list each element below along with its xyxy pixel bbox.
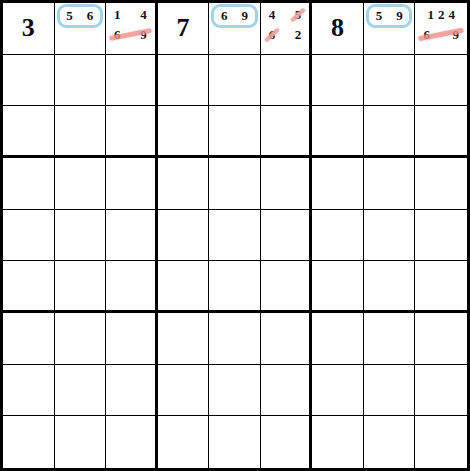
cell-r6c3[interactable]: [106, 261, 158, 313]
cell-r5c3[interactable]: [106, 210, 158, 262]
cell-r4c4[interactable]: [158, 158, 210, 210]
cell-r9c3[interactable]: [106, 416, 158, 468]
cell-r1c9[interactable]: 12469: [415, 3, 467, 55]
cell-r3c5[interactable]: [209, 106, 261, 158]
cell-r6c6[interactable]: [261, 261, 313, 313]
candidate-9: 9: [396, 9, 403, 22]
cell-r8c2[interactable]: [55, 365, 107, 417]
candidate-9: 9: [140, 28, 147, 41]
cell-r1c2[interactable]: 56: [55, 3, 107, 55]
candidate-row: 62: [269, 28, 302, 41]
cell-r6c1[interactable]: [3, 261, 55, 313]
cell-r1c8[interactable]: 59: [364, 3, 416, 55]
cell-r9c4[interactable]: [158, 416, 210, 468]
cell-r7c8[interactable]: [364, 313, 416, 365]
cell-r7c3[interactable]: [106, 313, 158, 365]
cell-r2c6[interactable]: [261, 55, 313, 107]
cell-r6c5[interactable]: [209, 261, 261, 313]
cell-r9c7[interactable]: [312, 416, 364, 468]
given-digit-r1c1: 3: [3, 3, 54, 54]
cell-r4c8[interactable]: [364, 158, 416, 210]
given-digit-r1c4: 7: [158, 3, 209, 54]
cell-r1c4[interactable]: 7: [158, 3, 210, 55]
cell-r2c5[interactable]: [209, 55, 261, 107]
candidate-row: 45: [269, 8, 302, 21]
cell-r4c3[interactable]: [106, 158, 158, 210]
cell-r6c4[interactable]: [158, 261, 210, 313]
candidate-4: 4: [448, 8, 455, 21]
cell-r3c1[interactable]: [3, 106, 55, 158]
cell-r7c7[interactable]: [312, 313, 364, 365]
cell-r9c5[interactable]: [209, 416, 261, 468]
cell-r9c8[interactable]: [364, 416, 416, 468]
cell-r2c2[interactable]: [55, 55, 107, 107]
candidate-row: 56: [65, 9, 96, 22]
candidate-1: 1: [427, 8, 434, 21]
cell-r8c7[interactable]: [312, 365, 364, 417]
cell-r7c5[interactable]: [209, 313, 261, 365]
pencil-marks-r1c9: 12469: [415, 3, 467, 54]
cell-r2c9[interactable]: [415, 55, 467, 107]
cell-r2c8[interactable]: [364, 55, 416, 107]
candidate-9: 9: [241, 9, 248, 22]
cell-r1c1[interactable]: 3: [3, 3, 55, 55]
cell-r4c1[interactable]: [3, 158, 55, 210]
cell-r9c2[interactable]: [55, 416, 107, 468]
candidate-6: 6: [423, 28, 430, 41]
cell-r8c1[interactable]: [3, 365, 55, 417]
cell-r5c9[interactable]: [415, 210, 467, 262]
struck-candidate-5: 5: [295, 8, 302, 21]
cell-r6c7[interactable]: [312, 261, 364, 313]
candidate-4: 4: [269, 8, 276, 21]
struck-candidate-row: 69: [114, 28, 147, 41]
candidate-row: 124: [423, 8, 459, 21]
candidate-9: 9: [453, 28, 460, 41]
given-digit-r1c7: 8: [312, 3, 363, 54]
cell-r3c3[interactable]: [106, 106, 158, 158]
cell-r3c2[interactable]: [55, 106, 107, 158]
cell-r5c1[interactable]: [3, 210, 55, 262]
cell-r2c1[interactable]: [3, 55, 55, 107]
struck-candidate-row: 69: [423, 28, 459, 41]
candidate-1: 1: [114, 8, 121, 21]
cell-r1c5[interactable]: 69: [209, 3, 261, 55]
cell-r4c9[interactable]: [415, 158, 467, 210]
cell-r1c6[interactable]: 4562: [261, 3, 313, 55]
pencil-marks-r1c2: 56: [55, 3, 106, 54]
cell-r1c7[interactable]: 8: [312, 3, 364, 55]
cell-r7c2[interactable]: [55, 313, 107, 365]
cell-r5c4[interactable]: [158, 210, 210, 262]
cell-r4c5[interactable]: [209, 158, 261, 210]
cell-r4c6[interactable]: [261, 158, 313, 210]
cell-r3c8[interactable]: [364, 106, 416, 158]
cell-r6c2[interactable]: [55, 261, 107, 313]
cell-r8c5[interactable]: [209, 365, 261, 417]
cell-r8c8[interactable]: [364, 365, 416, 417]
cell-r2c7[interactable]: [312, 55, 364, 107]
cell-r8c3[interactable]: [106, 365, 158, 417]
candidate-highlight-r1c5: 69: [211, 4, 258, 28]
cell-r8c9[interactable]: [415, 365, 467, 417]
candidate-2: 2: [438, 8, 445, 21]
cell-r7c6[interactable]: [261, 313, 313, 365]
candidate-row: 69: [219, 9, 250, 22]
cell-r7c4[interactable]: [158, 313, 210, 365]
candidate-highlight-r1c8: 59: [366, 4, 413, 28]
cell-r3c6[interactable]: [261, 106, 313, 158]
cell-r1c3[interactable]: 1469: [106, 3, 158, 55]
pencil-marks-r1c6: 4562: [261, 3, 310, 54]
cell-r2c4[interactable]: [158, 55, 210, 107]
cell-r3c9[interactable]: [415, 106, 467, 158]
cell-r6c8[interactable]: [364, 261, 416, 313]
cell-r7c9[interactable]: [415, 313, 467, 365]
cell-r9c9[interactable]: [415, 416, 467, 468]
cell-r3c4[interactable]: [158, 106, 210, 158]
candidate-6: 6: [114, 28, 121, 41]
pencil-marks-r1c5: 69: [209, 3, 260, 54]
candidate-6: 6: [221, 9, 228, 22]
candidate-5: 5: [66, 9, 73, 22]
cell-r8c4[interactable]: [158, 365, 210, 417]
cell-r5c5[interactable]: [209, 210, 261, 262]
cell-r5c6[interactable]: [261, 210, 313, 262]
sudoku-board: 3561469769456285912469: [0, 0, 470, 471]
pencil-marks-r1c8: 59: [364, 3, 415, 54]
cell-r6c9[interactable]: [415, 261, 467, 313]
cell-r5c8[interactable]: [364, 210, 416, 262]
cell-r9c6[interactable]: [261, 416, 313, 468]
candidate-2: 2: [295, 28, 302, 41]
candidate-6: 6: [87, 9, 94, 22]
candidate-5: 5: [376, 9, 383, 22]
cell-r3c7[interactable]: [312, 106, 364, 158]
candidate-highlight-r1c2: 56: [57, 4, 104, 28]
cell-r5c7[interactable]: [312, 210, 364, 262]
pencil-marks-r1c3: 1469: [106, 3, 155, 54]
candidate-row: 14: [114, 8, 147, 21]
cell-r4c2[interactable]: [55, 158, 107, 210]
cell-r5c2[interactable]: [55, 210, 107, 262]
candidate-4: 4: [140, 8, 147, 21]
cell-r9c1[interactable]: [3, 416, 55, 468]
cell-r8c6[interactable]: [261, 365, 313, 417]
candidate-row: 59: [374, 9, 405, 22]
cell-r2c3[interactable]: [106, 55, 158, 107]
struck-candidate-6: 6: [269, 28, 276, 41]
cell-r4c7[interactable]: [312, 158, 364, 210]
cell-r7c1[interactable]: [3, 313, 55, 365]
